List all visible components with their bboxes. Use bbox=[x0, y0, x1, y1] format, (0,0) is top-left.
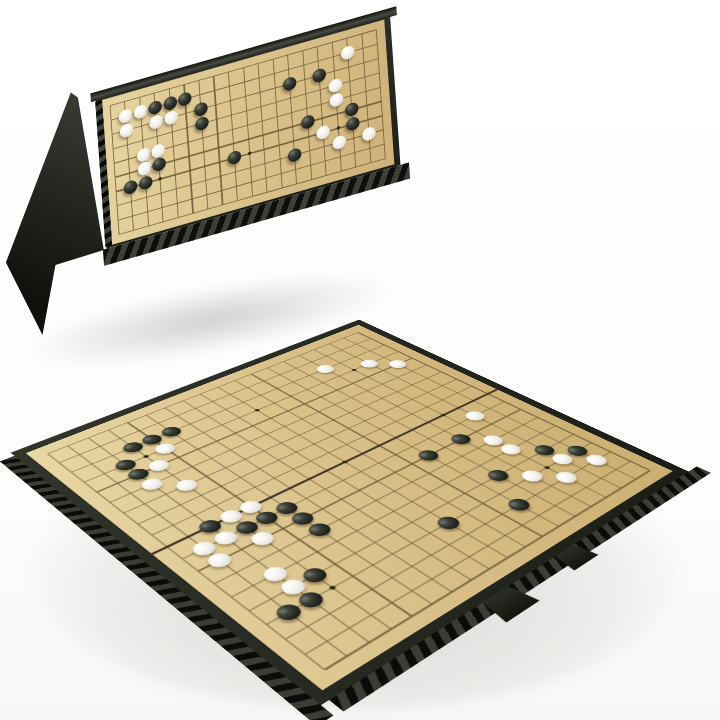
white-stone bbox=[328, 77, 342, 94]
grid-line bbox=[71, 345, 385, 473]
grid-line bbox=[361, 34, 371, 163]
white-stone bbox=[119, 108, 133, 125]
black-stone bbox=[227, 150, 241, 167]
grid-line bbox=[287, 55, 297, 184]
black-stone bbox=[148, 99, 162, 116]
folded-board-half-grid bbox=[101, 19, 394, 245]
black-stone bbox=[283, 75, 297, 92]
grid-line bbox=[258, 63, 268, 192]
grid-line bbox=[243, 68, 253, 197]
black-stone bbox=[152, 156, 166, 173]
grid-line bbox=[47, 332, 358, 454]
white-stone bbox=[316, 124, 330, 141]
grid-line bbox=[317, 46, 327, 175]
grid-line bbox=[376, 30, 386, 159]
grid-line bbox=[198, 80, 208, 209]
grid-line bbox=[332, 42, 342, 171]
white-stone bbox=[137, 161, 151, 178]
star-point bbox=[336, 126, 340, 130]
black-stone bbox=[312, 67, 326, 84]
product-photo-scene bbox=[0, 0, 720, 720]
white-stone bbox=[133, 103, 147, 120]
white-stone bbox=[164, 109, 178, 126]
black-stone bbox=[345, 101, 359, 118]
black-stone bbox=[300, 114, 314, 131]
grid-line bbox=[228, 72, 238, 201]
star-point bbox=[159, 177, 163, 181]
star-point bbox=[247, 152, 251, 156]
white-stone bbox=[362, 126, 376, 143]
open-board-grid bbox=[26, 325, 673, 690]
black-stone bbox=[194, 101, 208, 118]
white-stone bbox=[136, 146, 150, 163]
black-stone bbox=[195, 115, 209, 132]
grid-line bbox=[109, 106, 119, 235]
folded-board-frame bbox=[96, 16, 400, 249]
white-stone bbox=[151, 142, 165, 159]
black-stone bbox=[178, 91, 192, 108]
grid-line bbox=[59, 338, 372, 463]
black-stone bbox=[346, 116, 360, 133]
black-stone bbox=[124, 179, 138, 196]
white-stone bbox=[120, 122, 134, 139]
grid-line bbox=[283, 361, 576, 516]
grid-line bbox=[272, 59, 282, 188]
black-stone bbox=[138, 175, 152, 192]
white-stone bbox=[341, 44, 355, 61]
white-stone bbox=[149, 113, 163, 130]
open-board-frame bbox=[11, 320, 689, 706]
black-stone bbox=[163, 95, 177, 112]
white-stone bbox=[329, 91, 343, 108]
white-stone bbox=[332, 134, 346, 151]
grid-line bbox=[213, 76, 223, 205]
black-stone bbox=[288, 147, 302, 164]
